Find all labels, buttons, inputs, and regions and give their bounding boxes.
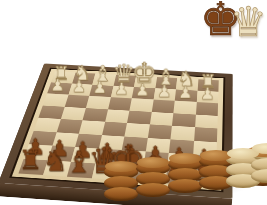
detail-light-queen-piece: ♛ [230,2,267,43]
piece-white-pawn: ♟ [200,86,215,102]
square-4-2 [79,120,105,134]
square-3-6 [172,113,196,127]
board-squares: ♜♞♝♛♚♝♞♜♟♟♟♟♟♟♟♟♟♟♟♟♟♟♟♟♜♞♝♛♚♝♞♜ [18,71,218,186]
piece-white-pawn: ♟ [178,85,193,101]
piece-brown-rook: ♜ [19,147,42,173]
piece-brown-rook: ♜ [191,158,215,185]
board-pinstripe: ♜♞♝♛♚♝♞♜♟♟♟♟♟♟♟♟♟♟♟♟♟♟♟♟♜♞♝♛♚♝♞♜ [9,68,225,193]
piece-white-pawn: ♟ [135,82,150,98]
piece-white-pawn: ♟ [51,77,65,93]
square-4-7 [194,127,218,142]
square-1-5: ♟ [153,88,176,101]
square-1-7: ♟ [196,90,218,103]
piece-brown-knight: ♞ [165,155,191,184]
square-1-3: ♟ [110,86,134,99]
piece-white-pawn: ♟ [72,79,86,95]
square-3-4 [127,110,151,124]
board-frame: ♜♞♝♛♚♝♞♜♟♟♟♟♟♟♟♟♟♟♟♟♟♟♟♟♜♞♝♛♚♝♞♜ [0,64,233,199]
square-7-5: ♝ [141,166,168,183]
square-4-3 [102,122,127,137]
square-7-7: ♜ [190,169,216,186]
square-2-7 [195,102,218,116]
square-4-4 [124,123,149,138]
square-3-5 [149,112,173,126]
square-1-2: ♟ [89,84,113,97]
detail-pieces: ♚ ♛ [196,0,266,48]
piece-brown-bishop: ♝ [140,152,167,182]
square-7-4: ♚ [116,165,143,182]
square-1-4: ♟ [132,87,155,100]
piece-white-pawn: ♟ [93,80,108,96]
chess-board: ♜♞♝♛♚♝♞♜♟♟♟♟♟♟♟♟♟♟♟♟♟♟♟♟♜♞♝♛♚♝♞♜ [0,64,233,199]
square-7-6: ♞ [166,168,192,185]
square-4-0 [34,118,61,132]
square-2-5 [151,100,174,113]
product-photo: ♜♞♝♛♚♝♞♜♟♟♟♟♟♟♟♟♟♟♟♟♟♟♟♟♜♞♝♛♚♝♞♜ ♚ ♛ [0,0,267,205]
square-4-5 [147,124,172,139]
piece-white-pawn: ♟ [114,81,129,97]
square-3-2 [82,108,107,122]
piece-white-pawn: ♟ [157,83,172,99]
square-4-6 [170,126,194,141]
piece-brown-knight: ♞ [42,147,68,175]
square-1-6: ♟ [175,89,197,102]
